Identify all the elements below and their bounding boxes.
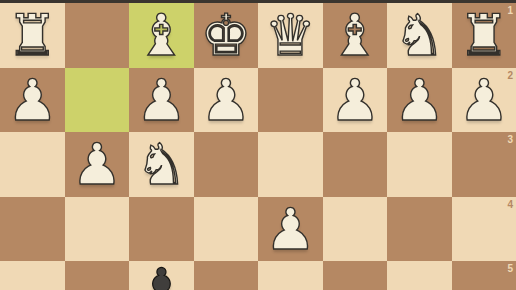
square-h2[interactable]: ♟ bbox=[0, 68, 65, 133]
white-bishop-piece[interactable]: ♝ bbox=[323, 3, 388, 68]
square-c1[interactable]: ♝ bbox=[323, 3, 388, 68]
square-b1[interactable]: ♞ bbox=[387, 3, 452, 68]
white-king-piece[interactable]: ♚ bbox=[194, 3, 259, 68]
square-g4[interactable] bbox=[65, 197, 130, 262]
square-b3[interactable] bbox=[387, 132, 452, 197]
square-f2[interactable]: ♟ bbox=[129, 68, 194, 133]
square-e1[interactable]: ♚ bbox=[194, 3, 259, 68]
square-e5[interactable] bbox=[194, 261, 259, 290]
white-knight-piece[interactable]: ♞ bbox=[387, 3, 452, 68]
square-b2[interactable]: ♟ bbox=[387, 68, 452, 133]
white-pawn-piece[interactable]: ♟ bbox=[452, 68, 516, 133]
square-d1[interactable]: ♛ bbox=[258, 3, 323, 68]
white-queen-piece[interactable]: ♛ bbox=[258, 3, 323, 68]
square-c4[interactable] bbox=[323, 197, 388, 262]
square-d4[interactable]: ♟ bbox=[258, 197, 323, 262]
white-pawn-piece[interactable]: ♟ bbox=[194, 68, 259, 133]
square-g1[interactable] bbox=[65, 3, 130, 68]
white-pawn-piece[interactable]: ♟ bbox=[129, 68, 194, 133]
square-c2[interactable]: ♟ bbox=[323, 68, 388, 133]
square-h3[interactable] bbox=[0, 132, 65, 197]
square-f3[interactable]: ♞ bbox=[129, 132, 194, 197]
square-e2[interactable]: ♟ bbox=[194, 68, 259, 133]
square-b4[interactable] bbox=[387, 197, 452, 262]
white-pawn-piece[interactable]: ♟ bbox=[258, 197, 323, 262]
chess-board: ♜♝♚♛♝♞♜♟♟♟♟♟♟♟♞♟♟12345 bbox=[0, 3, 516, 290]
square-c5[interactable] bbox=[323, 261, 388, 290]
square-g2[interactable] bbox=[65, 68, 130, 133]
square-a1[interactable]: ♜ bbox=[452, 3, 516, 68]
square-d2[interactable] bbox=[258, 68, 323, 133]
square-h5[interactable] bbox=[0, 261, 65, 290]
white-rook-piece[interactable]: ♜ bbox=[452, 3, 516, 68]
square-g5[interactable] bbox=[65, 261, 130, 290]
square-a3[interactable] bbox=[452, 132, 516, 197]
chess-app-viewport: { "game": "chess", "board": { "viewpoint… bbox=[0, 0, 516, 290]
white-knight-piece[interactable]: ♞ bbox=[129, 132, 194, 197]
black-pawn-piece[interactable]: ♟ bbox=[129, 257, 194, 290]
white-rook-piece[interactable]: ♜ bbox=[0, 3, 65, 68]
white-pawn-piece[interactable]: ♟ bbox=[65, 132, 130, 197]
square-f5[interactable]: ♟ bbox=[129, 261, 194, 290]
square-d3[interactable] bbox=[258, 132, 323, 197]
square-b5[interactable] bbox=[387, 261, 452, 290]
white-pawn-piece[interactable]: ♟ bbox=[323, 68, 388, 133]
square-c3[interactable] bbox=[323, 132, 388, 197]
white-pawn-piece[interactable]: ♟ bbox=[387, 68, 452, 133]
white-bishop-piece[interactable]: ♝ bbox=[129, 3, 194, 68]
square-a2[interactable]: ♟ bbox=[452, 68, 516, 133]
square-h4[interactable] bbox=[0, 197, 65, 262]
square-h1[interactable]: ♜ bbox=[0, 3, 65, 68]
square-e3[interactable] bbox=[194, 132, 259, 197]
square-d5[interactable] bbox=[258, 261, 323, 290]
square-a4[interactable] bbox=[452, 197, 516, 262]
square-e4[interactable] bbox=[194, 197, 259, 262]
white-pawn-piece[interactable]: ♟ bbox=[0, 68, 65, 133]
square-f1[interactable]: ♝ bbox=[129, 3, 194, 68]
square-f4[interactable] bbox=[129, 197, 194, 262]
square-a5[interactable] bbox=[452, 261, 516, 290]
square-g3[interactable]: ♟ bbox=[65, 132, 130, 197]
